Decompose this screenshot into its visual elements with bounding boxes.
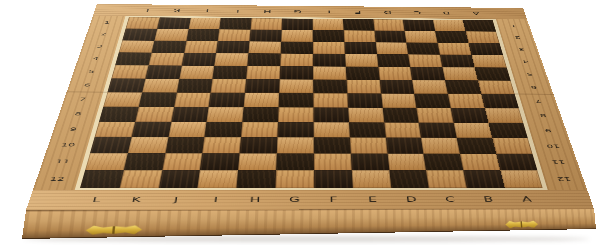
square-L6[interactable] — [107, 79, 145, 93]
square-L1[interactable] — [126, 17, 160, 29]
file-label-bottom-C: C — [430, 191, 472, 209]
file-label-bottom-L: L — [74, 191, 119, 209]
square-A10[interactable] — [492, 138, 532, 154]
square-F11[interactable] — [314, 154, 352, 171]
square-G7[interactable] — [279, 93, 314, 107]
square-I7[interactable] — [209, 93, 245, 107]
rank-label-right-10: 10 — [532, 138, 575, 154]
square-D5[interactable] — [378, 67, 412, 80]
square-E4[interactable] — [345, 54, 378, 67]
square-B8[interactable] — [451, 108, 489, 123]
square-E5[interactable] — [346, 67, 380, 80]
square-B2[interactable] — [435, 31, 468, 43]
rank-label-right-7: 7 — [519, 94, 559, 108]
file-label-top-H: H — [252, 6, 283, 17]
square-E2[interactable] — [344, 30, 376, 42]
file-label-bottom-F: F — [314, 191, 354, 209]
square-L7[interactable] — [103, 92, 142, 106]
square-A7[interactable] — [481, 94, 518, 108]
square-H6[interactable] — [245, 79, 280, 93]
square-A3[interactable] — [469, 43, 503, 55]
square-I5[interactable] — [213, 66, 248, 79]
square-J9[interactable] — [168, 122, 207, 138]
file-label-top-B: B — [431, 8, 463, 19]
square-J11[interactable] — [162, 153, 203, 170]
rank-label-left-11: 11 — [40, 153, 86, 170]
square-H9[interactable] — [241, 122, 278, 138]
square-E12[interactable] — [352, 170, 391, 187]
file-label-top-G: G — [282, 6, 312, 17]
square-G2[interactable] — [281, 30, 312, 42]
square-B6[interactable] — [445, 80, 481, 94]
square-F5[interactable] — [313, 66, 346, 79]
square-J3[interactable] — [184, 41, 218, 53]
square-K4[interactable] — [148, 53, 184, 66]
rank-label-left-4: 4 — [76, 52, 115, 65]
file-label-bottom-A: A — [506, 191, 549, 208]
square-A2[interactable] — [466, 31, 500, 43]
square-G8[interactable] — [278, 107, 313, 122]
square-L9[interactable] — [95, 122, 136, 138]
file-label-bottom-K: K — [114, 191, 158, 209]
file-label-bottom-G: G — [275, 191, 315, 209]
square-K9[interactable] — [131, 122, 171, 138]
square-J10[interactable] — [165, 137, 205, 153]
square-I11[interactable] — [200, 153, 240, 170]
square-H4[interactable] — [248, 53, 281, 66]
square-A12[interactable] — [501, 170, 543, 187]
square-C5[interactable] — [410, 67, 445, 80]
square-A9[interactable] — [489, 123, 528, 138]
square-L12[interactable] — [80, 170, 124, 188]
square-E6[interactable] — [346, 80, 381, 94]
square-F4[interactable] — [313, 54, 346, 67]
file-label-top-I: I — [221, 6, 252, 17]
square-C11[interactable] — [424, 154, 464, 171]
square-E10[interactable] — [350, 138, 388, 154]
file-label-bottom-J: J — [155, 191, 198, 209]
square-D6[interactable] — [379, 80, 414, 94]
square-F12[interactable] — [314, 170, 353, 188]
square-I9[interactable] — [205, 122, 243, 138]
square-K12[interactable] — [119, 170, 162, 188]
square-B4[interactable] — [440, 55, 475, 68]
square-F6[interactable] — [313, 80, 347, 94]
rank-label-right-5: 5 — [511, 68, 549, 81]
square-G9[interactable] — [278, 122, 314, 137]
checkers-board: LL11KK22JJ33II44HH55GG66FF77EE88DD99CC10… — [26, 4, 594, 210]
square-F10[interactable] — [314, 138, 351, 154]
file-label-bottom-E: E — [353, 191, 393, 209]
square-L4[interactable] — [115, 53, 151, 66]
square-D3[interactable] — [375, 42, 408, 54]
square-C10[interactable] — [421, 138, 460, 154]
square-J12[interactable] — [159, 170, 201, 188]
square-C3[interactable] — [407, 42, 441, 54]
square-B5[interactable] — [443, 67, 478, 80]
square-L5[interactable] — [111, 65, 148, 78]
square-A4[interactable] — [472, 55, 507, 68]
rank-label-right-11: 11 — [537, 154, 581, 171]
square-F8[interactable] — [313, 107, 348, 122]
square-J2[interactable] — [186, 29, 219, 41]
rank-label-right-9: 9 — [527, 123, 569, 138]
rank-label-right-2: 2 — [500, 32, 536, 44]
board-photo-stage: LL11KK22JJ33II44HH55GG66FF77EE88DD99CC10… — [0, 0, 600, 245]
square-H8[interactable] — [243, 107, 279, 122]
square-D4[interactable] — [377, 54, 411, 67]
rank-label-left-5: 5 — [71, 65, 111, 78]
square-I1[interactable] — [220, 18, 252, 30]
square-C9[interactable] — [419, 122, 457, 137]
square-L11[interactable] — [85, 153, 128, 170]
rank-label-left-12: 12 — [34, 170, 81, 188]
square-A5[interactable] — [475, 67, 511, 80]
square-I4[interactable] — [215, 53, 249, 66]
square-B7[interactable] — [448, 94, 485, 108]
rank-label-right-6: 6 — [515, 81, 554, 95]
square-I2[interactable] — [218, 29, 251, 41]
file-label-top-A: A — [460, 8, 492, 19]
rank-label-left-9: 9 — [51, 121, 95, 137]
square-K2[interactable] — [154, 29, 188, 41]
square-L3[interactable] — [119, 40, 155, 52]
square-I3[interactable] — [216, 41, 249, 53]
square-G6[interactable] — [279, 79, 313, 93]
square-L2[interactable] — [122, 29, 157, 41]
rank-label-right-4: 4 — [507, 55, 544, 68]
brass-hinge-right-icon — [505, 220, 538, 228]
square-B11[interactable] — [460, 154, 500, 171]
square-K6[interactable] — [142, 79, 179, 93]
square-I6[interactable] — [211, 79, 246, 93]
square-C1[interactable] — [403, 20, 435, 31]
file-label-top-F: F — [312, 7, 342, 18]
square-H7[interactable] — [244, 93, 279, 107]
square-J8[interactable] — [171, 107, 209, 122]
square-D8[interactable] — [382, 108, 419, 123]
file-label-top-K: K — [160, 5, 193, 16]
square-A6[interactable] — [478, 80, 515, 94]
square-G5[interactable] — [280, 66, 313, 79]
square-H2[interactable] — [250, 30, 282, 42]
square-L8[interactable] — [99, 107, 139, 122]
rank-label-left-2: 2 — [85, 28, 122, 40]
square-B3[interactable] — [438, 43, 472, 55]
square-E1[interactable] — [343, 19, 374, 31]
square-G4[interactable] — [280, 54, 313, 67]
square-C4[interactable] — [409, 55, 443, 68]
square-F9[interactable] — [314, 122, 350, 137]
square-A11[interactable] — [496, 154, 537, 171]
square-G12[interactable] — [276, 170, 315, 188]
square-J4[interactable] — [182, 53, 217, 66]
brass-hinge-left-icon — [85, 225, 143, 236]
square-F3[interactable] — [313, 42, 345, 54]
square-D10[interactable] — [386, 138, 424, 154]
square-I10[interactable] — [203, 137, 242, 153]
rank-label-right-12: 12 — [542, 170, 587, 187]
square-E11[interactable] — [351, 154, 389, 171]
square-K7[interactable] — [139, 92, 177, 106]
square-H10[interactable] — [240, 137, 278, 153]
square-H3[interactable] — [249, 41, 282, 53]
file-label-top-L: L — [129, 5, 162, 16]
rank-label-right-3: 3 — [503, 43, 540, 55]
square-I8[interactable] — [207, 107, 244, 122]
coordinate-labels: LL11KK22JJ33II44HH55GG66FF77EE88DD99CC10… — [97, 4, 523, 8]
square-D11[interactable] — [387, 154, 426, 171]
file-label-top-C: C — [401, 7, 432, 18]
board-grid — [80, 17, 543, 188]
rank-label-left-10: 10 — [46, 137, 91, 153]
rank-label-left-6: 6 — [67, 78, 108, 92]
square-B1[interactable] — [433, 20, 466, 31]
square-C12[interactable] — [426, 170, 467, 187]
square-G1[interactable] — [282, 18, 313, 30]
square-D7[interactable] — [381, 94, 417, 108]
square-G3[interactable] — [281, 42, 313, 54]
square-D9[interactable] — [384, 122, 421, 137]
square-K8[interactable] — [135, 107, 174, 122]
rank-label-left-8: 8 — [57, 106, 100, 121]
square-J6[interactable] — [177, 79, 213, 93]
square-J1[interactable] — [188, 18, 221, 30]
rank-label-right-8: 8 — [523, 108, 564, 123]
square-I12[interactable] — [198, 170, 239, 188]
square-C2[interactable] — [405, 31, 438, 43]
square-B12[interactable] — [464, 170, 505, 187]
square-J7[interactable] — [174, 93, 211, 107]
square-A8[interactable] — [485, 108, 523, 123]
square-B9[interactable] — [454, 123, 493, 138]
square-C7[interactable] — [415, 94, 451, 108]
square-K11[interactable] — [124, 153, 166, 170]
square-K5[interactable] — [145, 65, 181, 78]
square-H5[interactable] — [246, 66, 280, 79]
square-H1[interactable] — [251, 18, 282, 30]
square-D2[interactable] — [374, 31, 406, 43]
square-E7[interactable] — [347, 93, 382, 107]
rank-label-right-1: 1 — [496, 20, 531, 31]
file-label-top-J: J — [191, 5, 223, 16]
square-C6[interactable] — [412, 80, 448, 94]
square-F1[interactable] — [313, 19, 344, 31]
square-E9[interactable] — [349, 122, 386, 137]
square-A1[interactable] — [463, 20, 496, 31]
rank-label-left-3: 3 — [80, 40, 118, 52]
square-G10[interactable] — [277, 137, 314, 153]
file-label-top-D: D — [372, 7, 403, 18]
square-F2[interactable] — [313, 30, 344, 42]
rank-label-left-1: 1 — [89, 17, 126, 29]
file-label-bottom-B: B — [468, 191, 510, 209]
file-label-top-E: E — [342, 7, 373, 18]
file-label-bottom-H: H — [235, 191, 275, 209]
rank-label-left-7: 7 — [62, 92, 104, 106]
square-E8[interactable] — [348, 108, 384, 123]
square-D12[interactable] — [389, 170, 429, 187]
square-E3[interactable] — [344, 42, 377, 54]
square-B10[interactable] — [457, 138, 496, 154]
board-front-edge — [22, 208, 596, 239]
square-C8[interactable] — [417, 108, 454, 123]
square-D1[interactable] — [373, 19, 405, 31]
file-label-bottom-I: I — [195, 191, 237, 209]
file-label-bottom-D: D — [391, 191, 432, 209]
square-K3[interactable] — [151, 41, 186, 53]
square-H11[interactable] — [238, 154, 277, 171]
square-K1[interactable] — [157, 17, 190, 29]
square-J5[interactable] — [179, 66, 215, 79]
square-K10[interactable] — [128, 137, 169, 153]
square-F7[interactable] — [313, 93, 348, 107]
square-G11[interactable] — [276, 154, 314, 171]
square-L10[interactable] — [90, 137, 132, 153]
square-H12[interactable] — [237, 170, 276, 188]
